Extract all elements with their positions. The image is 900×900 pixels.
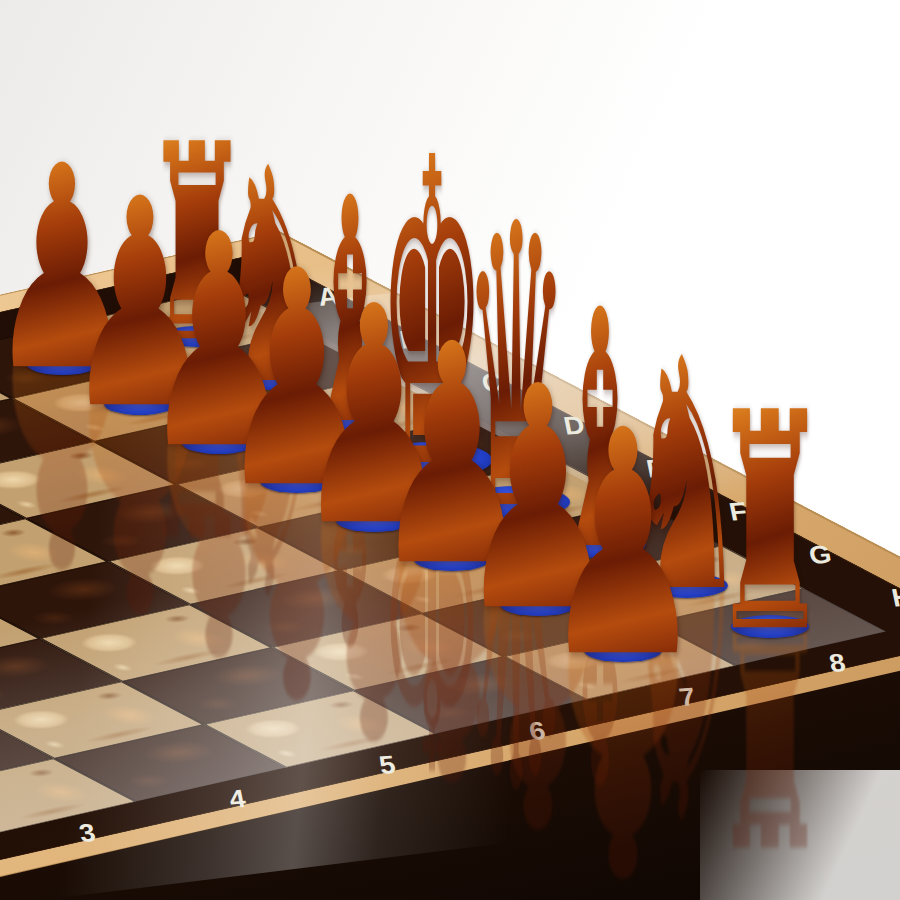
product-photo-stage: 12345678ABCDEFGH ♜♜♞♞♝♝♚♚♛♛♝♝♞♞♜♜♟♟♟♟♟♟♟…	[0, 0, 900, 900]
piece-amber-pawn-h7[interactable]: ♟	[541, 390, 705, 700]
piece-amber-rook-h8[interactable]: ♜	[711, 374, 829, 674]
